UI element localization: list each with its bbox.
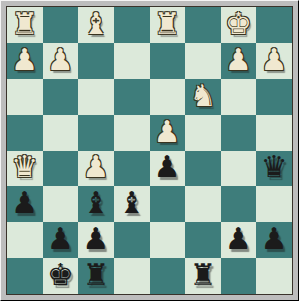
square-r5c3[interactable]: ♟ bbox=[78, 151, 114, 187]
square-r6c1[interactable]: ♟ bbox=[7, 186, 43, 222]
square-r4c1[interactable] bbox=[7, 115, 43, 151]
white-pawn-piece: ♟ bbox=[154, 117, 181, 147]
square-r5c6[interactable] bbox=[185, 151, 221, 187]
square-r7c1[interactable] bbox=[7, 222, 43, 258]
square-r3c3[interactable] bbox=[78, 79, 114, 115]
square-r6c2[interactable] bbox=[43, 186, 79, 222]
square-r2c2[interactable]: ♟ bbox=[43, 43, 79, 79]
white-pawn-piece: ♟ bbox=[83, 152, 110, 182]
square-r6c6[interactable] bbox=[185, 186, 221, 222]
white-rook-piece: ♜ bbox=[154, 9, 181, 39]
square-r3c5[interactable] bbox=[150, 79, 186, 115]
chess-board: ♜♝♜♚♟♟♟♟♞♟♛♟♟♛♟♝♝♟♟♟♟♚♜♜ bbox=[7, 7, 292, 294]
square-r1c1[interactable]: ♜ bbox=[7, 7, 43, 43]
square-r5c4[interactable] bbox=[114, 151, 150, 187]
square-r7c6[interactable] bbox=[185, 222, 221, 258]
black-king-piece: ♚ bbox=[47, 260, 74, 290]
white-king-piece: ♚ bbox=[225, 9, 252, 39]
square-r2c1[interactable]: ♟ bbox=[7, 43, 43, 79]
square-r5c8[interactable]: ♛ bbox=[256, 151, 292, 187]
square-r7c8[interactable]: ♟ bbox=[256, 222, 292, 258]
square-r2c7[interactable]: ♟ bbox=[221, 43, 257, 79]
square-r1c6[interactable] bbox=[185, 7, 221, 43]
square-r4c7[interactable] bbox=[221, 115, 257, 151]
square-r1c8[interactable] bbox=[256, 7, 292, 43]
square-r1c4[interactable] bbox=[114, 7, 150, 43]
white-pawn-piece: ♟ bbox=[261, 45, 288, 75]
square-r2c5[interactable] bbox=[150, 43, 186, 79]
square-r1c2[interactable] bbox=[43, 7, 79, 43]
square-r8c3[interactable]: ♜ bbox=[78, 258, 114, 294]
square-r1c7[interactable]: ♚ bbox=[221, 7, 257, 43]
board-frame: ♜♝♜♚♟♟♟♟♞♟♛♟♟♛♟♝♝♟♟♟♟♚♜♜ bbox=[0, 0, 299, 301]
square-r7c4[interactable] bbox=[114, 222, 150, 258]
square-r4c4[interactable] bbox=[114, 115, 150, 151]
square-r2c3[interactable] bbox=[78, 43, 114, 79]
black-bishop-piece: ♝ bbox=[83, 188, 110, 218]
white-pawn-piece: ♟ bbox=[225, 45, 252, 75]
square-r7c7[interactable]: ♟ bbox=[221, 222, 257, 258]
square-r8c4[interactable] bbox=[114, 258, 150, 294]
black-pawn-piece: ♟ bbox=[47, 224, 74, 254]
square-r5c5[interactable]: ♟ bbox=[150, 151, 186, 187]
square-r7c3[interactable]: ♟ bbox=[78, 222, 114, 258]
square-r3c7[interactable] bbox=[221, 79, 257, 115]
white-pawn-piece: ♟ bbox=[11, 45, 38, 75]
black-bishop-piece: ♝ bbox=[118, 188, 145, 218]
square-r4c5[interactable]: ♟ bbox=[150, 115, 186, 151]
square-r2c4[interactable] bbox=[114, 43, 150, 79]
square-r3c8[interactable] bbox=[256, 79, 292, 115]
black-pawn-piece: ♟ bbox=[154, 152, 181, 182]
black-queen-piece: ♛ bbox=[261, 152, 288, 182]
black-pawn-piece: ♟ bbox=[261, 224, 288, 254]
square-r6c3[interactable]: ♝ bbox=[78, 186, 114, 222]
square-r3c6[interactable]: ♞ bbox=[185, 79, 221, 115]
square-r5c2[interactable] bbox=[43, 151, 79, 187]
square-r5c7[interactable] bbox=[221, 151, 257, 187]
square-r1c5[interactable]: ♜ bbox=[150, 7, 186, 43]
square-r4c8[interactable] bbox=[256, 115, 292, 151]
square-r8c8[interactable] bbox=[256, 258, 292, 294]
square-r1c3[interactable]: ♝ bbox=[78, 7, 114, 43]
square-r3c1[interactable] bbox=[7, 79, 43, 115]
white-rook-piece: ♜ bbox=[11, 9, 38, 39]
square-r3c2[interactable] bbox=[43, 79, 79, 115]
square-r3c4[interactable] bbox=[114, 79, 150, 115]
square-r4c3[interactable] bbox=[78, 115, 114, 151]
square-r4c2[interactable] bbox=[43, 115, 79, 151]
square-r4c6[interactable] bbox=[185, 115, 221, 151]
square-r8c1[interactable] bbox=[7, 258, 43, 294]
white-knight-piece: ♞ bbox=[189, 81, 216, 111]
square-r5c1[interactable]: ♛ bbox=[7, 151, 43, 187]
square-r8c2[interactable]: ♚ bbox=[43, 258, 79, 294]
square-r8c5[interactable] bbox=[150, 258, 186, 294]
white-queen-piece: ♛ bbox=[11, 152, 38, 182]
black-rook-piece: ♜ bbox=[189, 260, 216, 290]
square-r7c2[interactable]: ♟ bbox=[43, 222, 79, 258]
square-r6c7[interactable] bbox=[221, 186, 257, 222]
square-r8c7[interactable] bbox=[221, 258, 257, 294]
black-rook-piece: ♜ bbox=[83, 260, 110, 290]
square-r2c6[interactable] bbox=[185, 43, 221, 79]
black-pawn-piece: ♟ bbox=[83, 224, 110, 254]
square-r7c5[interactable] bbox=[150, 222, 186, 258]
square-r6c4[interactable]: ♝ bbox=[114, 186, 150, 222]
board-inner-border: ♜♝♜♚♟♟♟♟♞♟♛♟♟♛♟♝♝♟♟♟♟♚♜♜ bbox=[6, 6, 293, 295]
black-pawn-piece: ♟ bbox=[225, 224, 252, 254]
white-bishop-piece: ♝ bbox=[83, 9, 110, 39]
white-pawn-piece: ♟ bbox=[47, 45, 74, 75]
square-r2c8[interactable]: ♟ bbox=[256, 43, 292, 79]
square-r6c5[interactable] bbox=[150, 186, 186, 222]
square-r6c8[interactable] bbox=[256, 186, 292, 222]
square-r8c6[interactable]: ♜ bbox=[185, 258, 221, 294]
black-pawn-piece: ♟ bbox=[11, 188, 38, 218]
